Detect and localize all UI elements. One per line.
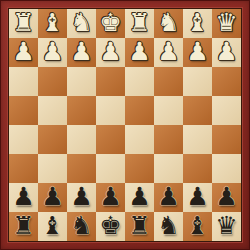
square[interactable]: ♜ xyxy=(125,212,154,241)
square[interactable]: ♚ xyxy=(96,212,125,241)
square[interactable] xyxy=(154,154,183,183)
square[interactable] xyxy=(9,154,38,183)
white-rook[interactable]: ♜ xyxy=(128,10,150,35)
black-rook[interactable]: ♜ xyxy=(128,213,150,238)
square[interactable] xyxy=(154,96,183,125)
square[interactable]: ♟ xyxy=(9,183,38,212)
square[interactable] xyxy=(67,96,96,125)
square[interactable]: ♟ xyxy=(125,38,154,67)
square[interactable] xyxy=(183,154,212,183)
square[interactable] xyxy=(212,125,241,154)
square[interactable] xyxy=(9,96,38,125)
square[interactable]: ♜ xyxy=(125,9,154,38)
square[interactable] xyxy=(154,67,183,96)
square[interactable] xyxy=(183,67,212,96)
square[interactable]: ♞ xyxy=(67,9,96,38)
square[interactable] xyxy=(212,67,241,96)
black-pawn[interactable]: ♟ xyxy=(12,184,34,209)
square[interactable]: ♝ xyxy=(183,212,212,241)
square[interactable]: ♟ xyxy=(183,38,212,67)
square[interactable] xyxy=(96,96,125,125)
black-queen[interactable]: ♛ xyxy=(215,213,237,238)
square[interactable]: ♟ xyxy=(9,38,38,67)
square[interactable]: ♟ xyxy=(125,183,154,212)
square[interactable] xyxy=(38,67,67,96)
white-pawn[interactable]: ♟ xyxy=(186,39,208,64)
black-pawn[interactable]: ♟ xyxy=(157,184,179,209)
square[interactable] xyxy=(67,125,96,154)
black-pawn[interactable]: ♟ xyxy=(70,184,92,209)
white-pawn[interactable]: ♟ xyxy=(215,39,237,64)
square[interactable] xyxy=(183,125,212,154)
square[interactable] xyxy=(212,96,241,125)
white-rook[interactable]: ♜ xyxy=(12,10,34,35)
square[interactable]: ♟ xyxy=(67,183,96,212)
white-queen[interactable]: ♛ xyxy=(215,10,237,35)
white-pawn[interactable]: ♟ xyxy=(41,39,63,64)
square[interactable]: ♞ xyxy=(154,212,183,241)
square[interactable]: ♛ xyxy=(212,9,241,38)
square[interactable] xyxy=(154,125,183,154)
square[interactable]: ♝ xyxy=(183,9,212,38)
square[interactable]: ♟ xyxy=(212,38,241,67)
white-bishop[interactable]: ♝ xyxy=(41,10,63,35)
square[interactable] xyxy=(38,154,67,183)
white-pawn[interactable]: ♟ xyxy=(99,39,121,64)
black-pawn[interactable]: ♟ xyxy=(99,184,121,209)
black-king[interactable]: ♚ xyxy=(99,213,121,238)
black-bishop[interactable]: ♝ xyxy=(41,213,63,238)
square[interactable]: ♟ xyxy=(212,183,241,212)
square[interactable] xyxy=(125,67,154,96)
square[interactable]: ♜ xyxy=(9,212,38,241)
square[interactable] xyxy=(96,125,125,154)
white-knight[interactable]: ♞ xyxy=(157,10,179,35)
chess-board: ♜♝♞♚♜♞♝♛♟♟♟♟♟♟♟♟♟♟♟♟♟♟♟♟♜♝♞♚♜♞♝♛ xyxy=(8,8,242,242)
square[interactable] xyxy=(96,154,125,183)
white-pawn[interactable]: ♟ xyxy=(70,39,92,64)
square[interactable]: ♟ xyxy=(96,183,125,212)
white-pawn[interactable]: ♟ xyxy=(12,39,34,64)
white-pawn[interactable]: ♟ xyxy=(157,39,179,64)
square[interactable]: ♟ xyxy=(38,183,67,212)
square[interactable]: ♟ xyxy=(154,183,183,212)
black-pawn[interactable]: ♟ xyxy=(215,184,237,209)
black-bishop[interactable]: ♝ xyxy=(186,213,208,238)
square[interactable] xyxy=(67,67,96,96)
black-knight[interactable]: ♞ xyxy=(157,213,179,238)
square[interactable] xyxy=(67,154,96,183)
white-bishop[interactable]: ♝ xyxy=(186,10,208,35)
square[interactable] xyxy=(38,125,67,154)
square[interactable]: ♜ xyxy=(9,9,38,38)
black-pawn[interactable]: ♟ xyxy=(128,184,150,209)
white-knight[interactable]: ♞ xyxy=(70,10,92,35)
square[interactable] xyxy=(125,125,154,154)
square[interactable] xyxy=(9,125,38,154)
square[interactable]: ♞ xyxy=(154,9,183,38)
square[interactable] xyxy=(96,67,125,96)
square[interactable]: ♟ xyxy=(96,38,125,67)
square[interactable]: ♟ xyxy=(67,38,96,67)
square[interactable] xyxy=(125,154,154,183)
white-king[interactable]: ♚ xyxy=(99,10,121,35)
square[interactable] xyxy=(38,96,67,125)
board-frame: ♜♝♞♚♜♞♝♛♟♟♟♟♟♟♟♟♟♟♟♟♟♟♟♟♜♝♞♚♜♞♝♛ xyxy=(0,0,250,250)
black-pawn[interactable]: ♟ xyxy=(186,184,208,209)
square[interactable] xyxy=(212,154,241,183)
square[interactable]: ♚ xyxy=(96,9,125,38)
black-knight[interactable]: ♞ xyxy=(70,213,92,238)
square[interactable]: ♟ xyxy=(154,38,183,67)
square[interactable]: ♝ xyxy=(38,9,67,38)
square[interactable]: ♛ xyxy=(212,212,241,241)
black-rook[interactable]: ♜ xyxy=(12,213,34,238)
black-pawn[interactable]: ♟ xyxy=(41,184,63,209)
square[interactable] xyxy=(9,67,38,96)
square[interactable]: ♞ xyxy=(67,212,96,241)
square[interactable]: ♟ xyxy=(183,183,212,212)
square[interactable]: ♟ xyxy=(38,38,67,67)
white-pawn[interactable]: ♟ xyxy=(128,39,150,64)
square[interactable]: ♝ xyxy=(38,212,67,241)
square[interactable] xyxy=(125,96,154,125)
square[interactable] xyxy=(183,96,212,125)
